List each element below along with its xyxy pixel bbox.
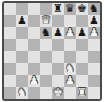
square-b3[interactable] xyxy=(16,63,28,75)
piece-white-knight: ♞ xyxy=(65,63,75,75)
square-a6[interactable] xyxy=(4,27,16,39)
piece-white-pawn: ♟ xyxy=(65,27,75,39)
square-h8[interactable]: ♞ xyxy=(88,3,100,15)
square-c4[interactable] xyxy=(28,51,40,63)
piece-black-pawn: ♟ xyxy=(77,27,87,39)
square-e8[interactable]: ♜ xyxy=(52,3,64,15)
square-d7[interactable]: ♛ xyxy=(40,15,52,27)
square-c6[interactable] xyxy=(28,27,40,39)
piece-white-king: ♚ xyxy=(53,87,63,99)
piece-black-rook: ♜ xyxy=(53,3,63,15)
square-h6[interactable]: ♟ xyxy=(88,27,100,39)
chess-board: ♜♛♚♞♟♛♟♞♟♟♟♟♞♟♟♞♚♜ xyxy=(4,3,100,99)
square-e5[interactable] xyxy=(52,39,64,51)
square-d6[interactable]: ♞ xyxy=(40,27,52,39)
square-f1[interactable] xyxy=(64,87,76,99)
square-f7[interactable] xyxy=(64,15,76,27)
square-h3[interactable] xyxy=(88,63,100,75)
square-g8[interactable]: ♚ xyxy=(76,3,88,15)
square-e2[interactable] xyxy=(52,75,64,87)
square-d8[interactable] xyxy=(40,3,52,15)
piece-white-knight: ♞ xyxy=(17,87,27,99)
square-d2[interactable] xyxy=(40,75,52,87)
square-f2[interactable]: ♟ xyxy=(64,75,76,87)
square-a3[interactable] xyxy=(4,63,16,75)
square-e1[interactable]: ♚ xyxy=(52,87,64,99)
chess-board-frame: ♜♛♚♞♟♛♟♞♟♟♟♟♞♟♟♞♚♜ xyxy=(2,1,102,101)
square-g6[interactable]: ♟ xyxy=(76,27,88,39)
square-h5[interactable] xyxy=(88,39,100,51)
square-e7[interactable] xyxy=(52,15,64,27)
piece-black-king: ♚ xyxy=(77,3,87,15)
square-b8[interactable] xyxy=(16,3,28,15)
square-b7[interactable]: ♟ xyxy=(16,15,28,27)
square-f8[interactable]: ♛ xyxy=(64,3,76,15)
square-c3[interactable] xyxy=(28,63,40,75)
square-e6[interactable]: ♟ xyxy=(52,27,64,39)
square-c1[interactable] xyxy=(28,87,40,99)
piece-black-pawn: ♟ xyxy=(17,15,27,27)
square-h4[interactable] xyxy=(88,51,100,63)
square-b1[interactable]: ♞ xyxy=(16,87,28,99)
square-d3[interactable] xyxy=(40,63,52,75)
square-h1[interactable] xyxy=(88,87,100,99)
square-f3[interactable]: ♞ xyxy=(64,63,76,75)
piece-black-knight: ♞ xyxy=(41,27,51,39)
square-e4[interactable] xyxy=(52,51,64,63)
piece-white-queen: ♛ xyxy=(41,15,51,27)
square-g4[interactable] xyxy=(76,51,88,63)
square-f5[interactable] xyxy=(64,39,76,51)
square-c7[interactable] xyxy=(28,15,40,27)
square-a4[interactable] xyxy=(4,51,16,63)
square-c5[interactable] xyxy=(28,39,40,51)
square-g1[interactable]: ♜ xyxy=(76,87,88,99)
piece-white-pawn: ♟ xyxy=(89,27,99,39)
square-b2[interactable] xyxy=(16,75,28,87)
square-g2[interactable] xyxy=(76,75,88,87)
square-h7[interactable]: ♟ xyxy=(88,15,100,27)
square-d5[interactable] xyxy=(40,39,52,51)
piece-black-pawn: ♟ xyxy=(89,15,99,27)
square-d1[interactable] xyxy=(40,87,52,99)
piece-white-rook: ♜ xyxy=(77,87,87,99)
square-b4[interactable] xyxy=(16,51,28,63)
square-a7[interactable] xyxy=(4,15,16,27)
square-c8[interactable] xyxy=(28,3,40,15)
square-g7[interactable] xyxy=(76,15,88,27)
square-f4[interactable] xyxy=(64,51,76,63)
piece-black-pawn: ♟ xyxy=(53,27,63,39)
piece-black-knight: ♞ xyxy=(89,3,99,15)
square-h2[interactable] xyxy=(88,75,100,87)
square-g3[interactable] xyxy=(76,63,88,75)
square-a2[interactable] xyxy=(4,75,16,87)
square-a1[interactable] xyxy=(4,87,16,99)
square-f6[interactable]: ♟ xyxy=(64,27,76,39)
square-d4[interactable] xyxy=(40,51,52,63)
square-a8[interactable] xyxy=(4,3,16,15)
square-c2[interactable]: ♟ xyxy=(28,75,40,87)
piece-white-pawn: ♟ xyxy=(29,75,39,87)
square-a5[interactable] xyxy=(4,39,16,51)
square-b6[interactable] xyxy=(16,27,28,39)
square-g5[interactable] xyxy=(76,39,88,51)
square-b5[interactable] xyxy=(16,39,28,51)
piece-black-queen: ♛ xyxy=(65,3,75,15)
piece-white-pawn: ♟ xyxy=(65,75,75,87)
square-e3[interactable] xyxy=(52,63,64,75)
